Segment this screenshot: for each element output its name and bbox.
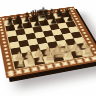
piece-black-pawn-e7: ♟ bbox=[41, 17, 49, 26]
piece-black-pawn-d7: ♟ bbox=[33, 18, 41, 27]
board-frame: ♜♞♝♛♚♝♞♜♟♟♟♟♟♟♟♟♟♟♟♟♟♟♟♟♜♞♝♛♚♝♞♜ bbox=[0, 6, 96, 78]
chess-set-photo: ♜♞♝♛♚♝♞♜♟♟♟♟♟♟♟♟♟♟♟♟♟♟♟♟♜♞♝♛♚♝♞♜ bbox=[0, 0, 96, 96]
square-a7: ♟ bbox=[5, 25, 15, 31]
square-a1: ♜ bbox=[14, 60, 26, 69]
piece-black-pawn-c7: ♟ bbox=[24, 19, 32, 28]
piece-black-pawn-b7: ♟ bbox=[16, 20, 24, 29]
piece-black-pawn-f7: ♟ bbox=[49, 15, 57, 24]
board-assembly: ♜♞♝♛♚♝♞♜♟♟♟♟♟♟♟♟♟♟♟♟♟♟♟♟♜♞♝♛♚♝♞♜ bbox=[0, 6, 96, 78]
piece-black-pawn-a7: ♟ bbox=[7, 22, 15, 31]
piece-black-pawn-g7: ♟ bbox=[57, 14, 65, 23]
square-f6 bbox=[49, 24, 60, 30]
piece-white-rook-a1: ♜ bbox=[15, 56, 26, 68]
piece-black-pawn-h7: ♟ bbox=[66, 13, 74, 22]
